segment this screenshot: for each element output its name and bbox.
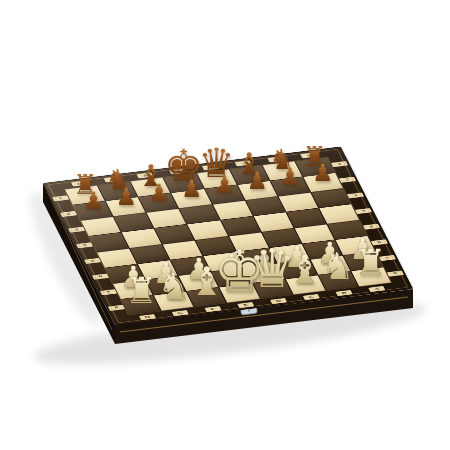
rank-label: 1 (331, 161, 348, 167)
white-knight[interactable]: ♞ (321, 248, 354, 285)
rank-label: 8 (108, 305, 125, 311)
rank-label: 4 (355, 208, 372, 214)
file-label: A (368, 286, 385, 292)
rank-label: 4 (76, 242, 93, 248)
file-label: C (303, 294, 320, 300)
brown-pawn[interactable]: ♟ (148, 182, 169, 206)
file-label: H (139, 314, 156, 320)
brown-pawn[interactable]: ♟ (312, 162, 333, 186)
rank-label: 5 (84, 258, 101, 264)
rank-label: 6 (92, 274, 109, 280)
rank-label: 3 (68, 227, 85, 233)
file-label: F (205, 306, 222, 312)
white-knight[interactable]: ♞ (157, 268, 190, 305)
file-label: G (172, 310, 189, 316)
brown-pawn[interactable]: ♟ (279, 166, 300, 190)
white-rook[interactable]: ♜ (125, 273, 157, 309)
photo-scene: HGFEDCBA HGFEDCBA 12345678 12345678 ♜♞♝♚… (0, 0, 450, 450)
rank-label: 7 (100, 289, 117, 295)
rank-label: 3 (347, 192, 364, 198)
rank-label: 1 (52, 195, 69, 201)
brown-pawn[interactable]: ♟ (246, 170, 267, 194)
white-rook[interactable]: ♜ (354, 245, 386, 281)
white-bishop[interactable]: ♝ (287, 250, 322, 289)
rank-label: 2 (339, 177, 356, 183)
brown-pawn[interactable]: ♟ (115, 186, 136, 210)
rank-label: 5 (363, 224, 380, 230)
brown-pawn[interactable]: ♟ (214, 174, 235, 198)
file-label: B (336, 290, 353, 296)
rank-label: 8 (387, 271, 404, 277)
brown-pawn[interactable]: ♟ (83, 190, 104, 214)
brown-pawn[interactable]: ♟ (181, 178, 202, 202)
rank-label: 2 (60, 211, 77, 217)
